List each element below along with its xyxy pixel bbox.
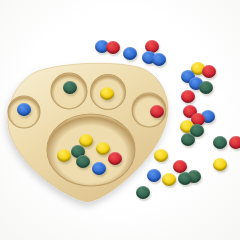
counter-yellow[interactable] <box>154 149 168 162</box>
scene <box>0 0 240 240</box>
counter-red[interactable] <box>181 90 195 103</box>
counter-red[interactable] <box>202 65 216 78</box>
counter-green[interactable] <box>136 186 150 199</box>
counter-yellow[interactable] <box>213 158 227 171</box>
counter-yellow[interactable] <box>57 149 71 162</box>
counter-yellow[interactable] <box>100 87 114 100</box>
counter-blue[interactable] <box>147 169 161 182</box>
counter-blue[interactable] <box>92 162 106 175</box>
counter-green[interactable] <box>213 136 227 149</box>
counter-red[interactable] <box>150 105 164 118</box>
counter-red[interactable] <box>229 136 240 149</box>
counter-yellow[interactable] <box>96 142 110 155</box>
counter-yellow[interactable] <box>79 134 93 147</box>
counter-yellow[interactable] <box>162 173 176 186</box>
counter-green[interactable] <box>76 155 90 168</box>
counter-green[interactable] <box>181 133 195 146</box>
counter-green[interactable] <box>63 81 77 94</box>
counter-blue[interactable] <box>17 103 31 116</box>
counters-layer <box>0 0 240 240</box>
counter-red[interactable] <box>173 160 187 173</box>
counter-blue[interactable] <box>123 47 137 60</box>
counter-green[interactable] <box>178 172 192 185</box>
counter-green[interactable] <box>199 81 213 94</box>
counter-blue[interactable] <box>152 53 166 66</box>
counter-red[interactable] <box>106 41 120 54</box>
counter-red[interactable] <box>108 152 122 165</box>
